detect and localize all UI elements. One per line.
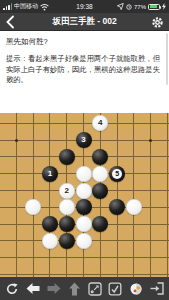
stone-white[interactable] xyxy=(59,199,75,215)
last-move-badge: 5 xyxy=(112,169,122,179)
problem-question: 黑先如何胜? xyxy=(6,37,161,47)
carrier-label: 中国移动 xyxy=(14,2,38,11)
grid-line xyxy=(49,113,50,277)
stone-black[interactable] xyxy=(76,199,92,215)
grid-line xyxy=(0,156,169,157)
grid-line xyxy=(150,113,151,277)
stone-black[interactable] xyxy=(59,233,75,249)
stone-black[interactable] xyxy=(92,183,108,199)
wifi-icon xyxy=(40,3,49,11)
grid-line xyxy=(117,113,118,277)
up-arrow-icon[interactable] xyxy=(67,281,82,296)
stone-white[interactable] xyxy=(76,183,92,199)
bottom-toolbar xyxy=(0,277,169,300)
move-number: 5 xyxy=(115,170,119,177)
grid-line xyxy=(0,123,169,124)
stone-white[interactable] xyxy=(76,216,92,232)
stone-black[interactable] xyxy=(59,149,75,165)
stone-black[interactable] xyxy=(59,216,75,232)
stone-black[interactable] xyxy=(92,216,108,232)
grid-line xyxy=(167,113,168,277)
status-right: 77% xyxy=(117,3,166,10)
forward-arrow-icon[interactable] xyxy=(46,281,61,296)
move-number: 3 xyxy=(81,136,85,144)
problem-text-panel: 黑先如何胜? 提示：看起来黑子好像是用两个子就能取胜，但实际上白子有妙防，因此，… xyxy=(0,31,169,113)
stone-white[interactable] xyxy=(92,166,108,182)
stone-white[interactable] xyxy=(126,199,142,215)
variation-board-icon[interactable] xyxy=(87,281,102,296)
hint-logo-icon[interactable] xyxy=(129,281,144,296)
stone-white-move-2[interactable]: 2 xyxy=(59,183,75,199)
stone-white-move-4[interactable]: 4 xyxy=(92,115,108,131)
stone-white[interactable] xyxy=(42,233,58,249)
grid-line xyxy=(0,274,169,275)
charging-bolt-icon xyxy=(162,3,166,10)
battery-percent-label: 77% xyxy=(134,4,146,10)
stone-black[interactable] xyxy=(42,216,58,232)
stone-black-move-1[interactable]: 1 xyxy=(42,166,58,182)
star-point xyxy=(15,139,18,142)
stone-black-move-3[interactable]: 3 xyxy=(76,132,92,148)
stone-black[interactable] xyxy=(92,149,108,165)
app-screen: 中国移动 19:38 77% xyxy=(0,0,169,300)
grid-line xyxy=(16,113,17,277)
settings-gear-button[interactable] xyxy=(151,16,164,29)
answer-check-icon[interactable] xyxy=(108,281,123,296)
location-arrow-icon xyxy=(117,3,124,10)
scrollbar[interactable] xyxy=(166,33,168,85)
restart-icon[interactable] xyxy=(5,281,20,296)
star-point xyxy=(149,139,152,142)
signal-strength-icon xyxy=(3,3,12,10)
problem-hint: 提示：看起来黑子好像是用两个子就能取胜，但实际上白子有妙防，因此，黑棋的这种思路… xyxy=(6,54,160,86)
stone-black[interactable] xyxy=(109,199,125,215)
move-number: 4 xyxy=(98,119,102,127)
status-bar: 中国移动 19:38 77% xyxy=(0,0,169,13)
page-title: 坂田三手胜 - 002 xyxy=(0,16,169,28)
stone-white[interactable] xyxy=(25,199,41,215)
go-board[interactable]: 43152 xyxy=(0,113,169,277)
grid-line xyxy=(133,113,134,277)
grid-line xyxy=(0,257,169,258)
stone-white[interactable] xyxy=(76,166,92,182)
exit-icon[interactable] xyxy=(149,281,164,296)
stone-white[interactable] xyxy=(76,233,92,249)
alarm-icon xyxy=(126,4,132,10)
grid-line xyxy=(33,113,34,277)
battery-icon xyxy=(148,4,160,10)
nav-bar: 坂田三手胜 - 002 xyxy=(0,13,169,31)
back-arrow-icon[interactable] xyxy=(25,281,40,296)
stone-black-move-5[interactable]: 5 xyxy=(109,166,125,182)
move-number: 1 xyxy=(48,170,52,178)
move-number: 2 xyxy=(64,187,68,195)
status-left: 中国移动 xyxy=(3,2,49,11)
